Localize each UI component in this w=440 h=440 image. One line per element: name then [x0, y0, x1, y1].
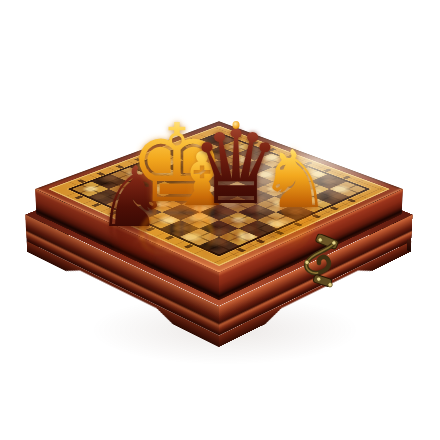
board-cell-g5 — [257, 197, 295, 213]
board-cell-e4 — [200, 189, 237, 204]
board-cell-e1 — [142, 212, 180, 228]
board-cell-g1 — [180, 228, 219, 245]
board-cell-h1 — [199, 237, 239, 254]
photo-stage: ♞♞♚♚♝♝♛♛♞♞ — [0, 0, 440, 440]
board-cell-f5 — [238, 189, 275, 204]
board-cell-f2 — [181, 212, 219, 228]
board-cell-h5 — [276, 204, 314, 220]
floor-shadow — [90, 295, 360, 365]
board-cell-g4 — [238, 204, 276, 220]
clasp-latch-icon — [288, 231, 350, 296]
board-cell-c1 — [106, 197, 144, 213]
board-cell-g3 — [219, 212, 257, 228]
board-cell-d2 — [144, 197, 182, 213]
board-cell-h4 — [257, 212, 295, 228]
board-cell-h2 — [219, 228, 258, 245]
board-cell-f3 — [200, 204, 238, 220]
board-cell-c2 — [126, 189, 163, 204]
board-cell-h6 — [294, 197, 332, 213]
board-cell-h3 — [238, 220, 277, 237]
board-cell-d3 — [163, 189, 200, 204]
board-cell-f4 — [219, 197, 257, 213]
board-cell-f1 — [161, 220, 200, 237]
board-cell-g6 — [275, 189, 312, 204]
board-cell-e2 — [162, 204, 200, 220]
board-cell-d1 — [124, 204, 162, 220]
board-cell-h7 — [312, 189, 349, 204]
board-cell-b1 — [89, 189, 126, 204]
board-cell-e3 — [181, 197, 219, 213]
board-cell-g2 — [200, 220, 239, 237]
